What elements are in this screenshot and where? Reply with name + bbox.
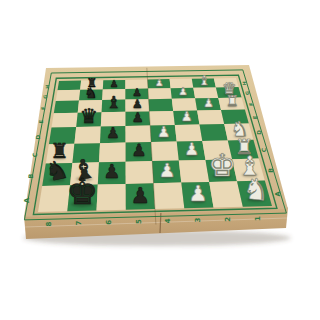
- rank-label-5: 5: [135, 219, 143, 224]
- square-c7: [72, 143, 100, 163]
- square-h6: [103, 80, 126, 90]
- square-c6: [99, 143, 126, 163]
- file-label-right-C: C: [261, 148, 267, 152]
- file-label-left-G: G: [44, 95, 49, 99]
- square-a5: [126, 183, 155, 210]
- square-h2: [192, 78, 216, 87]
- square-e6: [101, 112, 126, 127]
- square-g3: [171, 88, 196, 99]
- rank-label-6: 6: [105, 220, 113, 225]
- square-c8: [46, 144, 75, 164]
- square-f2: [195, 98, 221, 111]
- square-c5: [126, 142, 153, 162]
- file-label-left-C: C: [32, 153, 38, 157]
- square-a3: [181, 182, 213, 208]
- square-f8: [54, 101, 79, 114]
- square-h3: [170, 79, 194, 88]
- square-g5: [125, 89, 148, 100]
- square-e8: [52, 113, 78, 128]
- square-e2: [197, 110, 224, 125]
- square-b5: [126, 161, 154, 184]
- file-label-left-A: A: [23, 197, 31, 203]
- square-g1: [216, 87, 242, 98]
- square-g8: [56, 90, 80, 101]
- rank-label-4: 4: [164, 218, 172, 223]
- square-e4: [149, 111, 175, 126]
- rank-label-1: 1: [254, 216, 262, 221]
- square-f6: [102, 100, 126, 113]
- square-e1: [221, 110, 249, 125]
- square-f3: [172, 98, 197, 111]
- square-b2: [206, 159, 238, 182]
- file-label-right-H: H: [242, 81, 247, 85]
- square-d7: [74, 127, 100, 144]
- square-f5: [125, 99, 149, 112]
- square-e7: [76, 112, 101, 127]
- square-d1: [224, 124, 253, 141]
- square-a2: [209, 181, 243, 207]
- chess-board: 87654321HHGGFFEEDDCCBBAA: [0, 0, 320, 320]
- square-h5: [125, 80, 148, 90]
- square-d6: [100, 126, 126, 143]
- chess-set-photo: 87654321HHGGFFEEDDCCBBAA♜♟♟♝♞♟♟♛♝♟♟♜♛♟♟♟…: [0, 0, 320, 320]
- square-b7: [70, 162, 99, 185]
- file-label-left-H: H: [45, 85, 50, 89]
- square-g4: [148, 88, 172, 99]
- file-label-right-E: E: [252, 115, 258, 119]
- file-label-left-E: E: [38, 119, 44, 123]
- rank-label-8: 8: [45, 221, 53, 226]
- file-label-right-B: B: [267, 168, 274, 173]
- square-g7: [79, 89, 103, 100]
- square-f7: [78, 100, 103, 113]
- file-label-left-B: B: [27, 173, 34, 178]
- square-d5: [126, 126, 152, 143]
- square-c1: [228, 140, 259, 160]
- square-b6: [98, 162, 126, 185]
- file-label-right-A: A: [274, 191, 282, 197]
- square-e3: [173, 110, 199, 125]
- file-label-left-F: F: [40, 107, 46, 110]
- square-h4: [148, 79, 171, 89]
- square-g6: [102, 89, 125, 100]
- square-b4: [152, 161, 181, 184]
- square-a8: [38, 185, 70, 212]
- square-d4: [150, 125, 177, 142]
- square-d2: [200, 124, 228, 141]
- square-h8: [58, 81, 82, 91]
- square-c2: [202, 140, 232, 160]
- square-a6: [97, 184, 126, 211]
- square-c3: [177, 141, 206, 161]
- file-label-left-D: D: [35, 134, 41, 139]
- square-b3: [179, 160, 209, 183]
- square-f1: [218, 98, 245, 111]
- square-h1: [214, 78, 239, 87]
- file-label-right-D: D: [256, 130, 262, 135]
- square-d3: [175, 125, 203, 142]
- file-label-right-G: G: [245, 91, 250, 95]
- square-c4: [151, 142, 179, 162]
- rank-label-2: 2: [224, 217, 232, 222]
- square-b8: [42, 163, 72, 186]
- rank-label-3: 3: [194, 217, 202, 222]
- square-d8: [49, 127, 76, 144]
- square-g2: [193, 87, 218, 98]
- square-h7: [80, 80, 103, 90]
- square-a7: [67, 185, 98, 212]
- square-f4: [149, 99, 174, 112]
- file-label-right-F: F: [248, 103, 254, 106]
- rank-label-7: 7: [75, 221, 83, 226]
- square-e5: [126, 111, 151, 126]
- square-a4: [154, 183, 185, 209]
